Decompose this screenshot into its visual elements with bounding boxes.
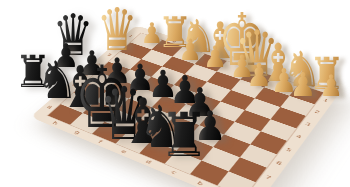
rank-label-right-4: 4 — [295, 134, 302, 139]
camel-pawn-d2: ♟ — [246, 60, 272, 92]
rank-label-right-7: 7 — [264, 175, 272, 181]
camel-pawn-g2: ♟ — [178, 34, 202, 64]
rank-label-right-5: 5 — [285, 147, 293, 152]
camel-pawn-b2: ♟ — [290, 69, 317, 102]
camel-pawn-f2: ♟ — [203, 41, 227, 71]
camel-pawn-a2: ♟ — [319, 70, 343, 100]
rank-label-right-2: 2 — [313, 110, 320, 115]
rank-label-right-6: 6 — [275, 161, 283, 167]
chess-set-product-photo: hh11gg22ff33ee44dd55cc66bb77aa88 ♟♜♛♞♛♝♟… — [0, 0, 350, 187]
file-label-bottom-c: c — [170, 170, 177, 175]
file-label-bottom-h: h — [52, 121, 59, 126]
file-label-bottom-b: b — [196, 180, 204, 186]
black-rook-a8: ♜ — [159, 105, 209, 165]
rank-label-right-3: 3 — [304, 122, 311, 127]
